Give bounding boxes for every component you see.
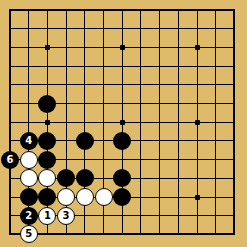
- stone-black[interactable]: [38, 151, 56, 169]
- stone-white[interactable]: 1: [38, 207, 56, 225]
- star-point: [120, 120, 125, 125]
- stone-black[interactable]: [38, 188, 56, 206]
- grid-line-vertical: [215, 9, 216, 235]
- stone-black[interactable]: [38, 132, 56, 150]
- grid-line-vertical: [140, 9, 141, 235]
- stone-black[interactable]: [20, 188, 38, 206]
- grid-line-vertical: [178, 9, 179, 235]
- stone-black[interactable]: [113, 169, 131, 187]
- stone-white[interactable]: [76, 188, 94, 206]
- stone-black[interactable]: [76, 169, 94, 187]
- stone-black[interactable]: 4: [20, 132, 38, 150]
- star-point: [120, 45, 125, 50]
- star-point: [45, 45, 50, 50]
- star-point: [195, 120, 200, 125]
- grid-line-vertical: [159, 9, 160, 235]
- grid-line-vertical: [233, 9, 235, 235]
- stone-black[interactable]: [113, 188, 131, 206]
- stone-white[interactable]: 3: [57, 207, 75, 225]
- stone-black[interactable]: 6: [1, 151, 19, 169]
- stone-white[interactable]: 5: [20, 225, 38, 243]
- stone-black[interactable]: [76, 132, 94, 150]
- stone-white[interactable]: [95, 188, 113, 206]
- stone-black[interactable]: [57, 169, 75, 187]
- star-point: [45, 120, 50, 125]
- star-point: [195, 45, 200, 50]
- go-board-diagram: 462135: [0, 0, 247, 247]
- stone-black[interactable]: [38, 95, 56, 113]
- star-point: [195, 195, 200, 200]
- grid-line-horizontal: [9, 233, 235, 235]
- stone-white[interactable]: [20, 169, 38, 187]
- stone-black[interactable]: [113, 132, 131, 150]
- stone-white[interactable]: [38, 169, 56, 187]
- go-board: 462135: [0, 0, 247, 247]
- stone-black[interactable]: 2: [20, 207, 38, 225]
- stone-white[interactable]: [20, 151, 38, 169]
- stone-white[interactable]: [57, 188, 75, 206]
